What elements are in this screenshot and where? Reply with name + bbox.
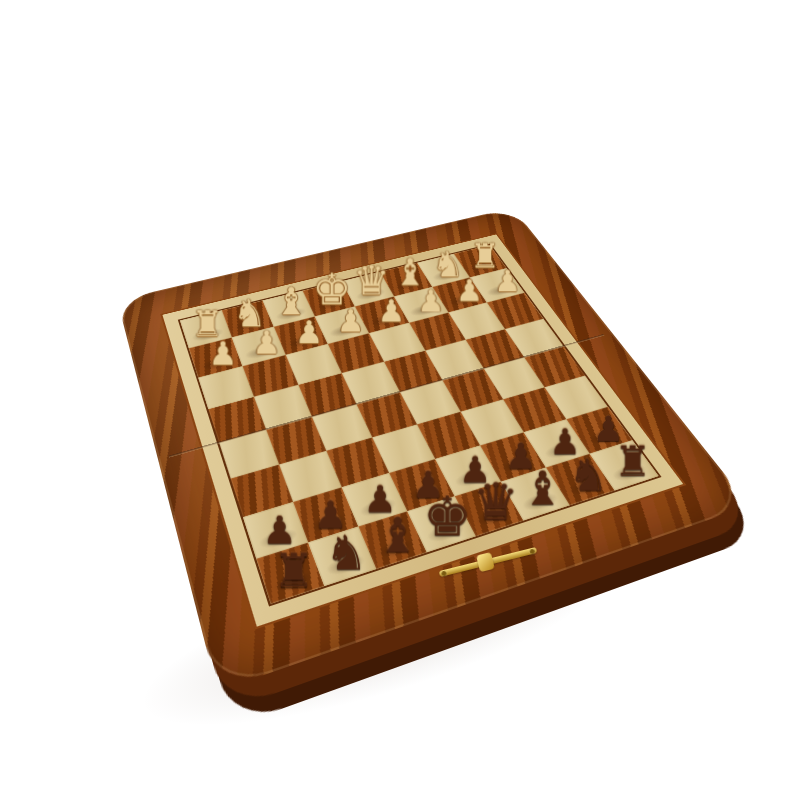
black-knight[interactable]: ♞ <box>319 529 374 577</box>
white-pawn[interactable]: ♟ <box>487 266 528 296</box>
black-bishop[interactable]: ♝ <box>517 466 569 512</box>
black-rook[interactable]: ♜ <box>608 441 658 483</box>
product-photo: ♜♞♝♚♛♝♞♜♟♟♟♟♟♟♟♟♟♟♟♟♟♟♟♟♜♞♝♚♛♝♞♜ <box>0 0 800 800</box>
black-bishop[interactable]: ♝ <box>371 512 425 560</box>
white-pawn[interactable]: ♟ <box>329 306 372 337</box>
white-pawn[interactable]: ♟ <box>287 316 331 347</box>
white-pawn[interactable]: ♟ <box>244 327 288 359</box>
white-pawn[interactable]: ♟ <box>370 295 413 326</box>
black-queen[interactable]: ♛ <box>469 476 521 527</box>
clasp-knob <box>476 552 495 572</box>
black-knight[interactable]: ♞ <box>563 453 614 497</box>
chess-board: ♜♞♝♚♛♝♞♜♟♟♟♟♟♟♟♟♟♟♟♟♟♟♟♟♜♞♝♚♛♝♞♜ <box>178 244 662 607</box>
black-king[interactable]: ♚ <box>421 489 474 543</box>
clasp-screw-icon <box>441 570 447 576</box>
black-rook[interactable]: ♜ <box>266 548 322 594</box>
square-h8[interactable]: ♜ <box>256 542 324 603</box>
white-pawn[interactable]: ♟ <box>410 285 452 315</box>
clasp-screw-icon <box>529 548 535 554</box>
white-pawn[interactable]: ♟ <box>201 338 246 370</box>
white-pawn[interactable]: ♟ <box>449 276 491 306</box>
